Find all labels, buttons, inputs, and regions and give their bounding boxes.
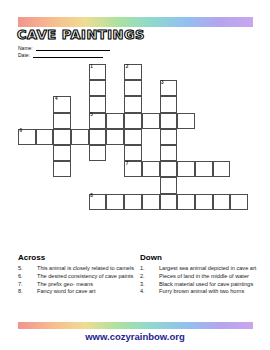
grid-cell[interactable] bbox=[53, 145, 71, 161]
clue-text: Fancy word for cave art bbox=[37, 288, 95, 294]
grid-cell[interactable] bbox=[177, 113, 195, 129]
grid-blank bbox=[36, 80, 54, 96]
date-blank-rule bbox=[33, 52, 103, 58]
worksheet-page: CAVE PAINTINGS Name: Date: 12345678 Acro… bbox=[0, 0, 270, 350]
grid-cell[interactable]: 1 bbox=[89, 64, 107, 80]
grid-blank bbox=[36, 96, 54, 112]
grid-blank bbox=[71, 145, 89, 161]
grid-cell[interactable] bbox=[53, 129, 71, 145]
grid-blank bbox=[18, 161, 36, 177]
grid-blank bbox=[142, 64, 160, 80]
clue-number: 8. bbox=[18, 288, 37, 295]
grid-blank bbox=[89, 161, 107, 177]
grid-cell[interactable] bbox=[230, 194, 248, 210]
cell-number: 8 bbox=[90, 194, 93, 199]
grid-cell[interactable] bbox=[142, 161, 160, 177]
grid-blank bbox=[71, 64, 89, 80]
grid-blank bbox=[36, 177, 54, 193]
clue-item: 7.The prefix geo- means bbox=[18, 281, 137, 288]
grid-blank bbox=[18, 64, 36, 80]
clue-text: Pieces of land in the middle of water bbox=[159, 273, 249, 279]
grid-cell[interactable] bbox=[71, 129, 89, 145]
clue-text: Furry brown animal with two horns bbox=[159, 288, 244, 294]
grid-blank bbox=[230, 161, 248, 177]
down-clue-list: 1.Largest sea animal depicted in cave ar… bbox=[140, 265, 259, 295]
grid-blank bbox=[177, 129, 195, 145]
grid-blank bbox=[71, 113, 89, 129]
grid-blank bbox=[177, 80, 195, 96]
grid-blank bbox=[18, 80, 36, 96]
clue-item: 2.Pieces of land in the middle of water bbox=[140, 273, 259, 280]
grid-blank bbox=[36, 64, 54, 80]
footer-url-link[interactable]: www.cozyrainbow.org bbox=[0, 331, 270, 342]
across-heading: Across bbox=[18, 253, 137, 262]
clue-number: 3. bbox=[140, 281, 159, 288]
grid-blank bbox=[53, 80, 71, 96]
grid-blank bbox=[177, 177, 195, 193]
grid-blank bbox=[195, 80, 213, 96]
clue-item: 5.This animal is closely related to came… bbox=[18, 265, 137, 272]
clue-text: This animal is closely related to camels bbox=[37, 265, 134, 271]
cell-number: 2 bbox=[126, 65, 129, 70]
grid-blank bbox=[142, 129, 160, 145]
page-title: CAVE PAINTINGS bbox=[17, 27, 145, 42]
clue-item: 6.The desired consistency of cave paints bbox=[18, 273, 137, 280]
grid-cell[interactable] bbox=[160, 145, 178, 161]
grid-blank bbox=[53, 194, 71, 210]
grid-cell[interactable]: 6 bbox=[18, 129, 36, 145]
grid-cell[interactable] bbox=[177, 161, 195, 177]
grid-blank bbox=[124, 177, 142, 193]
grid-cell[interactable] bbox=[106, 113, 124, 129]
clue-number: 4. bbox=[140, 288, 159, 295]
grid-blank bbox=[195, 145, 213, 161]
grid-cell[interactable] bbox=[106, 129, 124, 145]
grid-blank bbox=[142, 145, 160, 161]
grid-blank bbox=[230, 129, 248, 145]
grid-blank bbox=[213, 129, 231, 145]
grid-cell[interactable] bbox=[124, 80, 142, 96]
clue-text: The desired consistency of cave paints bbox=[37, 273, 133, 279]
grid-blank bbox=[230, 80, 248, 96]
grid-cell[interactable] bbox=[160, 194, 178, 210]
cell-number: 1 bbox=[90, 65, 93, 70]
grid-cell[interactable] bbox=[124, 194, 142, 210]
grid-cell[interactable]: 2 bbox=[124, 64, 142, 80]
grid-cell[interactable]: 3 bbox=[160, 80, 178, 96]
clue-number: 2. bbox=[140, 273, 159, 280]
grid-blank bbox=[213, 145, 231, 161]
grid-cell[interactable] bbox=[213, 161, 231, 177]
down-heading: Down bbox=[140, 253, 259, 262]
clue-item: 1.Largest sea animal depicted in cave ar… bbox=[140, 265, 259, 272]
grid-blank bbox=[18, 96, 36, 112]
grid-blank bbox=[36, 161, 54, 177]
grid-cell[interactable]: 5 bbox=[89, 113, 107, 129]
grid-cell[interactable] bbox=[213, 194, 231, 210]
date-label: Date: bbox=[18, 52, 30, 58]
grid-blank bbox=[195, 129, 213, 145]
crossword-grid: 12345678 bbox=[18, 64, 248, 210]
down-clues-section: Down 1.Largest sea animal depicted in ca… bbox=[140, 253, 259, 296]
grid-cell[interactable] bbox=[142, 113, 160, 129]
grid-blank bbox=[230, 96, 248, 112]
grid-blank bbox=[89, 177, 107, 193]
grid-blank bbox=[142, 177, 160, 193]
grid-cell[interactable] bbox=[177, 194, 195, 210]
grid-blank bbox=[213, 96, 231, 112]
grid-blank bbox=[71, 194, 89, 210]
grid-cell[interactable] bbox=[195, 194, 213, 210]
clue-text: Largest sea animal depicted in cave art bbox=[159, 265, 256, 271]
grid-blank bbox=[195, 64, 213, 80]
across-clue-list: 5.This animal is closely related to came… bbox=[18, 265, 137, 295]
date-line: Date: bbox=[18, 52, 103, 58]
grid-blank bbox=[36, 194, 54, 210]
cell-number: 6 bbox=[20, 129, 23, 134]
grid-blank bbox=[106, 161, 124, 177]
grid-blank bbox=[230, 113, 248, 129]
grid-blank bbox=[213, 113, 231, 129]
grid-cell[interactable] bbox=[160, 161, 178, 177]
grid-blank bbox=[177, 96, 195, 112]
grid-blank bbox=[142, 96, 160, 112]
grid-blank bbox=[18, 177, 36, 193]
grid-blank bbox=[71, 161, 89, 177]
grid-cell[interactable] bbox=[53, 161, 71, 177]
grid-blank bbox=[142, 80, 160, 96]
grid-blank bbox=[106, 64, 124, 80]
grid-blank bbox=[230, 145, 248, 161]
name-blank-rule bbox=[36, 45, 110, 51]
grid-blank bbox=[195, 113, 213, 129]
grid-cell[interactable]: 4 bbox=[53, 96, 71, 112]
grid-blank bbox=[71, 80, 89, 96]
across-clues-section: Across 5.This animal is closely related … bbox=[18, 253, 137, 296]
grid-blank bbox=[18, 145, 36, 161]
grid-blank bbox=[18, 113, 36, 129]
grid-cell[interactable] bbox=[89, 80, 107, 96]
clue-item: 4.Furry brown animal with two horns bbox=[140, 288, 259, 295]
grid-blank bbox=[177, 64, 195, 80]
grid-blank bbox=[106, 96, 124, 112]
grid-cell[interactable]: 7 bbox=[124, 161, 142, 177]
grid-cell[interactable] bbox=[124, 96, 142, 112]
grid-cell[interactable] bbox=[124, 129, 142, 145]
grid-cell[interactable]: 8 bbox=[89, 194, 107, 210]
clue-number: 7. bbox=[18, 281, 37, 288]
grid-blank bbox=[36, 145, 54, 161]
grid-cell[interactable] bbox=[106, 194, 124, 210]
grid-cell[interactable] bbox=[160, 96, 178, 112]
grid-blank bbox=[177, 145, 195, 161]
grid-blank bbox=[71, 177, 89, 193]
grid-cell[interactable] bbox=[124, 113, 142, 129]
name-line: Name: bbox=[18, 45, 110, 51]
cell-number: 4 bbox=[55, 97, 58, 102]
clue-number: 1. bbox=[140, 265, 159, 272]
grid-cell[interactable] bbox=[89, 145, 107, 161]
cell-number: 3 bbox=[161, 81, 164, 86]
grid-blank bbox=[106, 177, 124, 193]
grid-blank bbox=[160, 64, 178, 80]
clue-text: Black material used for cave paintings bbox=[159, 281, 253, 287]
grid-cell[interactable] bbox=[89, 96, 107, 112]
grid-cell[interactable] bbox=[124, 145, 142, 161]
clue-text: The prefix geo- means bbox=[37, 281, 93, 287]
grid-blank bbox=[71, 96, 89, 112]
grid-cell[interactable] bbox=[142, 194, 160, 210]
grid-blank bbox=[195, 177, 213, 193]
grid-blank bbox=[53, 177, 71, 193]
clue-item: 3.Black material used for cave paintings bbox=[140, 281, 259, 288]
grid-blank bbox=[195, 96, 213, 112]
clue-number: 5. bbox=[18, 265, 37, 272]
grid-blank bbox=[53, 64, 71, 80]
cell-number: 5 bbox=[90, 113, 93, 118]
grid-cell[interactable] bbox=[195, 161, 213, 177]
grid-cell[interactable] bbox=[160, 129, 178, 145]
grid-cell[interactable] bbox=[53, 113, 71, 129]
grid-blank bbox=[213, 80, 231, 96]
grid-blank bbox=[230, 64, 248, 80]
grid-blank bbox=[36, 113, 54, 129]
clue-item: 8.Fancy word for cave art bbox=[18, 288, 137, 295]
name-label: Name: bbox=[18, 45, 33, 51]
grid-blank bbox=[18, 194, 36, 210]
grid-cell[interactable] bbox=[36, 129, 54, 145]
grid-blank bbox=[213, 64, 231, 80]
grid-cell[interactable] bbox=[160, 113, 178, 129]
rainbow-bar-top bbox=[18, 17, 253, 27]
grid-blank bbox=[106, 80, 124, 96]
cell-number: 7 bbox=[126, 162, 129, 167]
grid-cell[interactable] bbox=[89, 129, 107, 145]
rainbow-bar-bottom bbox=[18, 322, 253, 329]
grid-cell[interactable] bbox=[160, 177, 178, 193]
grid-blank bbox=[230, 177, 248, 193]
grid-blank bbox=[213, 177, 231, 193]
grid-blank bbox=[106, 145, 124, 161]
clue-number: 6. bbox=[18, 273, 37, 280]
